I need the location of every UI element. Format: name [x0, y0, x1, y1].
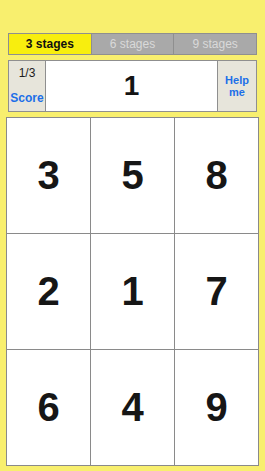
- grid-cell-r2c2[interactable]: 9: [175, 350, 258, 465]
- score-panel: 1/3 Score 1 Help me: [8, 60, 257, 112]
- grid-cell-r0c2[interactable]: 8: [175, 118, 258, 233]
- current-number: 1: [124, 70, 140, 102]
- grid-cell-r2c1[interactable]: 4: [91, 350, 174, 465]
- stage-progress: 1/3: [19, 66, 36, 80]
- grid-cell-r1c1[interactable]: 1: [91, 234, 174, 349]
- score-box[interactable]: 1/3 Score: [8, 60, 46, 112]
- score-button[interactable]: Score: [10, 91, 43, 105]
- tab-3-stages[interactable]: 3 stages: [9, 34, 92, 54]
- grid-cell-r0c1[interactable]: 5: [91, 118, 174, 233]
- app-screen: 3 stages 6 stages 9 stages 1/3 Score 1 H…: [0, 0, 265, 471]
- tab-9-stages[interactable]: 9 stages: [174, 34, 256, 54]
- help-me-button[interactable]: Help me: [218, 74, 256, 98]
- tab-6-stages[interactable]: 6 stages: [92, 34, 175, 54]
- grid-cell-r1c0[interactable]: 2: [7, 234, 90, 349]
- current-number-display: 1: [46, 60, 218, 112]
- grid-cell-r1c2[interactable]: 7: [175, 234, 258, 349]
- grid-cell-r2c0[interactable]: 6: [7, 350, 90, 465]
- help-box[interactable]: Help me: [218, 60, 257, 112]
- stages-tab-bar: 3 stages 6 stages 9 stages: [8, 33, 257, 55]
- grid-cell-r0c0[interactable]: 3: [7, 118, 90, 233]
- number-grid: 3 5 8 2 1 7 6 4 9: [6, 117, 259, 466]
